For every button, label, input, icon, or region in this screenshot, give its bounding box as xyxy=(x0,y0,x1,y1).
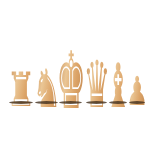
bishop-base-shadow xyxy=(109,101,127,104)
queen-base-shadow xyxy=(86,101,107,104)
pawn-piece: ♟ xyxy=(126,71,148,111)
chess-piece-set-photo: ♜ ♞ ♚ ♛ ♝ ♟ xyxy=(0,0,150,150)
rook-base-shadow xyxy=(9,101,33,104)
knight-base-shadow xyxy=(35,101,58,104)
pawn-base-shadow xyxy=(129,101,145,104)
king-base-shadow xyxy=(59,101,82,104)
king-piece: ♚ xyxy=(56,42,86,121)
